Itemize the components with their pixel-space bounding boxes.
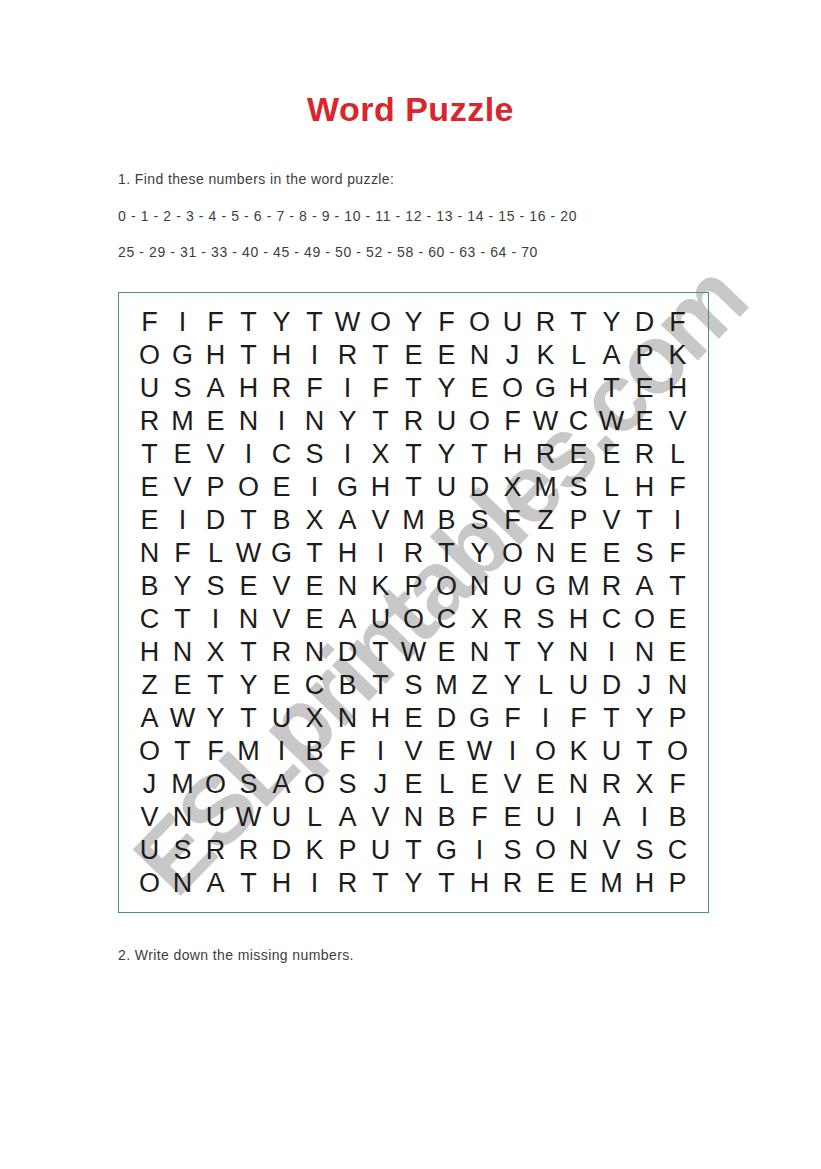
grid-cell: A (331, 801, 364, 834)
grid-cell: K (529, 339, 562, 372)
grid-cell: O (133, 867, 166, 900)
grid-cell: U (265, 702, 298, 735)
grid-cell: U (496, 306, 529, 339)
grid-cell: S (463, 504, 496, 537)
grid-cell: F (661, 306, 694, 339)
grid-cell: S (298, 438, 331, 471)
grid-cell: I (232, 438, 265, 471)
numbers-list-line-2: 25 - 29 - 31 - 33 - 40 - 45 - 49 - 50 - … (118, 244, 538, 260)
grid-cell: F (661, 537, 694, 570)
grid-cell: H (628, 471, 661, 504)
grid-cell: J (364, 768, 397, 801)
grid-cell: V (595, 504, 628, 537)
grid-cell: V (397, 735, 430, 768)
grid-cell: F (661, 471, 694, 504)
grid-cell: P (628, 339, 661, 372)
grid-cell: Y (595, 306, 628, 339)
grid-cell: N (562, 768, 595, 801)
grid-cell: T (232, 867, 265, 900)
grid-cell: U (133, 372, 166, 405)
grid-cell: V (364, 801, 397, 834)
grid-cell: F (199, 306, 232, 339)
grid-cell: A (595, 339, 628, 372)
grid-cell: Y (397, 306, 430, 339)
numbers-list-line-1: 0 - 1 - 2 - 3 - 4 - 5 - 6 - 7 - 8 - 9 - … (118, 208, 577, 224)
grid-cell: T (397, 471, 430, 504)
grid-cell: I (496, 735, 529, 768)
grid-cell: E (265, 669, 298, 702)
grid-cell: H (199, 339, 232, 372)
grid-cell: H (265, 339, 298, 372)
grid-cell: V (265, 570, 298, 603)
grid-cell: R (133, 405, 166, 438)
grid-cell: R (331, 867, 364, 900)
grid-cell: K (298, 834, 331, 867)
grid-cell: T (133, 438, 166, 471)
grid-cell: I (364, 735, 397, 768)
grid-cell: N (397, 801, 430, 834)
grid-cell: B (661, 801, 694, 834)
grid-cell: E (166, 438, 199, 471)
grid-cell: T (364, 867, 397, 900)
grid-cell: G (463, 702, 496, 735)
grid-cell: T (166, 603, 199, 636)
grid-cell: M (397, 504, 430, 537)
grid-cell: C (133, 603, 166, 636)
grid-cell: E (430, 735, 463, 768)
grid-cell: F (166, 537, 199, 570)
grid-cell: I (463, 834, 496, 867)
grid-cell: R (529, 438, 562, 471)
grid-cell: E (430, 339, 463, 372)
grid-cell: I (628, 801, 661, 834)
grid-cell: X (298, 504, 331, 537)
grid-cell: W (595, 405, 628, 438)
grid-cell: N (562, 834, 595, 867)
grid-cell: V (595, 834, 628, 867)
grid-cell: H (562, 603, 595, 636)
grid-cell: E (595, 438, 628, 471)
grid-cell: F (298, 372, 331, 405)
grid-cell: L (562, 339, 595, 372)
grid-cell: N (463, 636, 496, 669)
grid-cell: E (463, 768, 496, 801)
grid-cell: G (529, 570, 562, 603)
grid-cell: Y (430, 438, 463, 471)
grid-cell: I (331, 438, 364, 471)
grid-cell: F (331, 735, 364, 768)
grid-cell: F (463, 801, 496, 834)
grid-cell: E (661, 603, 694, 636)
grid-cell: N (232, 405, 265, 438)
grid-cell: Z (133, 669, 166, 702)
grid-cell: I (364, 537, 397, 570)
grid-cell: E (397, 768, 430, 801)
grid-cell: N (298, 636, 331, 669)
grid-cell: R (496, 603, 529, 636)
grid-cell: V (661, 405, 694, 438)
grid-cell: W (463, 735, 496, 768)
grid-cell: A (595, 801, 628, 834)
grid-cell: W (529, 405, 562, 438)
grid-cell: T (397, 438, 430, 471)
grid-cell: Z (529, 504, 562, 537)
grid-cell: N (331, 702, 364, 735)
grid-cell: U (595, 735, 628, 768)
instruction-step-1: 1. Find these numbers in the word puzzle… (118, 171, 394, 187)
grid-cell: N (562, 636, 595, 669)
grid-cell: O (628, 603, 661, 636)
grid-cell: S (166, 372, 199, 405)
grid-cell: T (628, 504, 661, 537)
grid-cell: V (265, 603, 298, 636)
grid-cell: R (595, 768, 628, 801)
grid-cell: C (661, 834, 694, 867)
grid-cell: P (562, 504, 595, 537)
grid-cell: Y (331, 405, 364, 438)
grid-cell: R (232, 834, 265, 867)
grid-cell: T (463, 438, 496, 471)
page-title: Word Puzzle (0, 90, 821, 129)
grid-cell: X (364, 438, 397, 471)
grid-cell: J (496, 339, 529, 372)
grid-cell: W (166, 702, 199, 735)
grid-cell: E (265, 471, 298, 504)
grid-cell: U (430, 471, 463, 504)
grid-cell: N (133, 537, 166, 570)
grid-cell: O (529, 735, 562, 768)
grid-cell: I (562, 801, 595, 834)
grid-cell: F (496, 504, 529, 537)
grid-cell: S (331, 768, 364, 801)
grid-cell: R (628, 438, 661, 471)
grid-cell: P (199, 471, 232, 504)
grid-cell: N (232, 603, 265, 636)
grid-cell: W (232, 537, 265, 570)
grid-cell: D (331, 636, 364, 669)
grid-cell: I (166, 306, 199, 339)
grid-cell: X (298, 702, 331, 735)
grid-cell: S (397, 669, 430, 702)
grid-cell: E (595, 537, 628, 570)
grid-cell: K (364, 570, 397, 603)
grid-cell: C (265, 438, 298, 471)
grid-cell: T (232, 702, 265, 735)
grid-cell: M (562, 570, 595, 603)
grid-cell: M (595, 867, 628, 900)
grid-cell: N (463, 339, 496, 372)
grid-cell: R (199, 834, 232, 867)
grid-cell: A (628, 570, 661, 603)
grid-cell: T (628, 735, 661, 768)
grid-cell: N (463, 570, 496, 603)
grid-cell: M (166, 405, 199, 438)
grid-cell: O (463, 306, 496, 339)
grid-cell: U (364, 834, 397, 867)
grid-cell: F (661, 768, 694, 801)
grid-cell: F (364, 372, 397, 405)
grid-cell: B (430, 504, 463, 537)
grid-cell: Y (496, 669, 529, 702)
grid-cell: D (430, 702, 463, 735)
grid-cell: O (133, 339, 166, 372)
grid-cell: A (331, 504, 364, 537)
grid-cell: H (364, 471, 397, 504)
grid-cell: T (430, 537, 463, 570)
grid-cell: F (496, 405, 529, 438)
grid-cell: T (595, 372, 628, 405)
grid-cell: O (661, 735, 694, 768)
grid-cell: F (199, 735, 232, 768)
grid-cell: T (364, 339, 397, 372)
grid-cell: D (199, 504, 232, 537)
worksheet-page: ESLprintables.com Word Puzzle 1. Find th… (0, 0, 821, 1169)
grid-cell: I (298, 471, 331, 504)
grid-cell: T (166, 735, 199, 768)
grid-cell: O (364, 306, 397, 339)
grid-cell: T (496, 636, 529, 669)
grid-cell: U (496, 570, 529, 603)
grid-cell: E (133, 504, 166, 537)
grid-cell: W (331, 306, 364, 339)
grid-cell: U (133, 834, 166, 867)
grid-cell: O (496, 372, 529, 405)
grid-cell: E (397, 702, 430, 735)
grid-cell: I (529, 702, 562, 735)
grid-cell: W (397, 636, 430, 669)
grid-cell: Y (397, 867, 430, 900)
grid-cell: A (133, 702, 166, 735)
grid-cell: M (430, 669, 463, 702)
grid-cell: V (496, 768, 529, 801)
grid-cell: O (463, 405, 496, 438)
grid-cell: L (430, 768, 463, 801)
grid-cell: O (496, 537, 529, 570)
grid-cell: M (166, 768, 199, 801)
grid-cell: V (364, 504, 397, 537)
grid-cell: H (562, 372, 595, 405)
grid-cell: N (166, 636, 199, 669)
grid-cell: O (232, 471, 265, 504)
grid-cell: T (661, 570, 694, 603)
grid-cell: E (562, 438, 595, 471)
grid-cell: V (166, 471, 199, 504)
grid-cell: I (661, 504, 694, 537)
grid-cell: Y (166, 570, 199, 603)
grid-cell: N (331, 570, 364, 603)
grid-cell: E (232, 570, 265, 603)
grid-cell: C (595, 603, 628, 636)
grid-cell: N (529, 537, 562, 570)
grid-cell: E (628, 372, 661, 405)
grid-cell: Y (265, 306, 298, 339)
grid-cell: E (430, 636, 463, 669)
grid-cell: P (331, 834, 364, 867)
grid-cell: E (529, 768, 562, 801)
grid-cell: U (199, 801, 232, 834)
grid-cell: G (529, 372, 562, 405)
grid-cell: F (133, 306, 166, 339)
instruction-step-2: 2. Write down the missing numbers. (118, 947, 354, 963)
grid-cell: T (430, 867, 463, 900)
grid-cell: L (529, 669, 562, 702)
grid-cell: H (265, 867, 298, 900)
grid-cell: E (562, 867, 595, 900)
grid-cell: N (166, 801, 199, 834)
grid-cell: X (496, 471, 529, 504)
grid-cell: H (463, 867, 496, 900)
grid-cell: B (133, 570, 166, 603)
grid-cell: X (628, 768, 661, 801)
grid-cell: E (661, 636, 694, 669)
grid-cell: N (298, 405, 331, 438)
grid-cell: F (562, 702, 595, 735)
grid-cell: D (463, 471, 496, 504)
grid-cell: E (628, 405, 661, 438)
grid-cell: X (463, 603, 496, 636)
grid-cell: P (661, 867, 694, 900)
grid-cell: I (166, 504, 199, 537)
grid-cell: Y (430, 372, 463, 405)
grid-cell: R (529, 306, 562, 339)
grid-cell: G (430, 834, 463, 867)
grid-cell: U (562, 669, 595, 702)
grid-cell: A (199, 372, 232, 405)
grid-cell: T (199, 669, 232, 702)
grid-cell: D (628, 306, 661, 339)
grid-cell: R (265, 636, 298, 669)
grid-cell: O (199, 768, 232, 801)
grid-cell: H (628, 867, 661, 900)
grid-cell: R (397, 405, 430, 438)
grid-cell: L (661, 438, 694, 471)
grid-cell: T (232, 504, 265, 537)
grid-cell: Y (463, 537, 496, 570)
grid-cell: T (232, 306, 265, 339)
grid-cell: K (661, 339, 694, 372)
grid-cell: I (298, 339, 331, 372)
grid-cell: R (265, 372, 298, 405)
grid-cell: C (298, 669, 331, 702)
word-search-board: FIFTYTWOYFOURTYDFOGHTHIRTEENJKLAPKUSAHRF… (118, 292, 709, 913)
grid-cell: W (232, 801, 265, 834)
grid-cell: Y (628, 702, 661, 735)
grid-cell: E (298, 603, 331, 636)
grid-cell: Y (199, 702, 232, 735)
grid-cell: S (529, 603, 562, 636)
grid-cell: T (397, 372, 430, 405)
grid-cell: E (463, 372, 496, 405)
grid-cell: I (595, 636, 628, 669)
grid-cell: Y (529, 636, 562, 669)
grid-cell: B (298, 735, 331, 768)
grid-cell: I (265, 735, 298, 768)
grid-cell: D (595, 669, 628, 702)
grid-cell: T (562, 306, 595, 339)
grid-cell: O (397, 603, 430, 636)
grid-cell: T (364, 636, 397, 669)
grid-cell: T (595, 702, 628, 735)
grid-cell: E (298, 570, 331, 603)
grid-cell: J (628, 669, 661, 702)
grid-cell: T (364, 669, 397, 702)
grid-cell: N (661, 669, 694, 702)
grid-cell: G (166, 339, 199, 372)
grid-cell: S (232, 768, 265, 801)
grid-cell: T (232, 636, 265, 669)
grid-cell: F (430, 306, 463, 339)
grid-cell: S (628, 537, 661, 570)
grid-cell: V (133, 801, 166, 834)
grid-cell: M (232, 735, 265, 768)
grid-cell: I (331, 372, 364, 405)
letter-grid: FIFTYTWOYFOURTYDFOGHTHIRTEENJKLAPKUSAHRF… (133, 306, 694, 900)
grid-cell: T (232, 339, 265, 372)
grid-cell: G (331, 471, 364, 504)
grid-cell: I (199, 603, 232, 636)
grid-cell: S (199, 570, 232, 603)
grid-cell: Z (463, 669, 496, 702)
grid-cell: G (265, 537, 298, 570)
grid-cell: H (661, 372, 694, 405)
grid-cell: N (628, 636, 661, 669)
grid-cell: K (562, 735, 595, 768)
grid-cell: A (265, 768, 298, 801)
grid-cell: S (166, 834, 199, 867)
grid-cell: P (661, 702, 694, 735)
grid-cell: I (265, 405, 298, 438)
grid-cell: Y (232, 669, 265, 702)
grid-cell: C (430, 603, 463, 636)
grid-cell: L (298, 801, 331, 834)
grid-cell: E (133, 471, 166, 504)
grid-cell: E (397, 339, 430, 372)
grid-cell: M (529, 471, 562, 504)
grid-cell: T (298, 537, 331, 570)
grid-cell: R (331, 339, 364, 372)
grid-cell: F (496, 702, 529, 735)
grid-cell: E (166, 669, 199, 702)
grid-cell: E (562, 537, 595, 570)
grid-cell: R (397, 537, 430, 570)
grid-cell: S (496, 834, 529, 867)
grid-cell: E (529, 867, 562, 900)
grid-cell: R (595, 570, 628, 603)
grid-cell: U (364, 603, 397, 636)
grid-cell: H (232, 372, 265, 405)
grid-cell: B (430, 801, 463, 834)
grid-cell: T (298, 306, 331, 339)
grid-cell: I (298, 867, 331, 900)
grid-cell: U (529, 801, 562, 834)
grid-cell: B (331, 669, 364, 702)
grid-cell: E (496, 801, 529, 834)
grid-cell: O (430, 570, 463, 603)
grid-cell: R (496, 867, 529, 900)
grid-cell: X (199, 636, 232, 669)
grid-cell: O (133, 735, 166, 768)
grid-cell: H (364, 702, 397, 735)
grid-cell: H (331, 537, 364, 570)
grid-cell: E (199, 405, 232, 438)
grid-cell: L (199, 537, 232, 570)
grid-cell: L (595, 471, 628, 504)
grid-cell: U (265, 801, 298, 834)
grid-cell: S (562, 471, 595, 504)
grid-cell: T (397, 834, 430, 867)
grid-cell: S (628, 834, 661, 867)
grid-cell: H (496, 438, 529, 471)
